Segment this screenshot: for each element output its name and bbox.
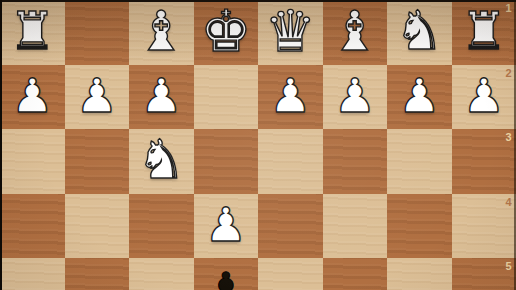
piece-white-pawn-c2[interactable]: ♟ [323,64,388,129]
square-g5[interactable] [65,258,130,290]
square-d3[interactable] [258,129,323,194]
square-g4[interactable] [65,194,130,259]
piece-white-king-e1[interactable]: ♚ [194,0,259,64]
square-b4[interactable] [387,194,452,259]
square-h5[interactable] [0,258,65,290]
square-e3[interactable] [194,129,259,194]
piece-white-pawn-h2[interactable]: ♟ [0,64,65,129]
piece-white-pawn-e4[interactable]: ♟ [194,193,259,258]
piece-white-knight-b1[interactable]: ♞ [387,0,452,64]
piece-white-pawn-f2[interactable]: ♟ [129,64,194,129]
square-d4[interactable] [258,194,323,259]
square-d5[interactable] [258,258,323,290]
piece-white-pawn-g2[interactable]: ♟ [65,64,130,129]
square-g1[interactable] [65,0,130,65]
piece-white-bishop-f1[interactable]: ♝ [129,0,194,64]
piece-white-rook-h1[interactable]: ♜ [0,0,65,64]
square-h3[interactable] [0,129,65,194]
square-c5[interactable] [323,258,388,290]
rank-label-3: 3 [452,131,516,143]
chess-board: ♜♞♝♛♚♝♜♟♟♟♟♟♟♟♞♟♟12345 [0,0,516,290]
piece-white-knight-f3[interactable]: ♞ [129,128,194,193]
square-h4[interactable] [0,194,65,259]
rank-label-5: 5 [452,260,516,272]
square-c3[interactable] [323,129,388,194]
square-f5[interactable] [129,258,194,290]
rank-label-4: 4 [452,196,516,208]
piece-white-pawn-b2[interactable]: ♟ [387,64,452,129]
piece-black-pawn-e5[interactable]: ♟ [194,257,259,290]
square-c4[interactable] [323,194,388,259]
square-e2[interactable] [194,65,259,130]
square-f4[interactable] [129,194,194,259]
left-edge-bar [0,0,2,290]
square-b5[interactable] [387,258,452,290]
rank-label-1: 1 [452,2,516,14]
piece-white-bishop-c1[interactable]: ♝ [323,0,388,64]
piece-white-pawn-d2[interactable]: ♟ [258,64,323,129]
piece-white-queen-d1[interactable]: ♛ [258,0,323,64]
rank-label-2: 2 [452,67,516,79]
chess-app-viewport: ♜♞♝♛♚♝♜♟♟♟♟♟♟♟♞♟♟12345 [0,0,516,290]
top-edge-bar [0,0,516,2]
square-b3[interactable] [387,129,452,194]
square-g3[interactable] [65,129,130,194]
